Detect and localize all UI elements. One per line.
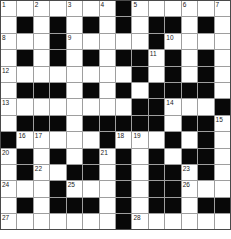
grid-cell[interactable] (83, 181, 98, 196)
grid-cell[interactable] (1, 50, 16, 65)
grid-cell-black (17, 165, 32, 180)
clue-number: 20 (2, 149, 9, 156)
grid-cell-black (198, 17, 213, 32)
grid-cell[interactable] (67, 149, 82, 164)
grid-cell[interactable]: 3 (67, 1, 82, 16)
grid-cell-black (34, 83, 49, 98)
clue-number: 12 (2, 67, 9, 74)
grid-cell[interactable] (50, 67, 65, 82)
grid-cell[interactable] (1, 83, 16, 98)
grid-cell[interactable]: 21 (100, 149, 115, 164)
grid-cell-black (100, 116, 115, 131)
grid-cell[interactable] (182, 198, 197, 213)
clue-number: 28 (133, 214, 140, 221)
clue-number: 17 (35, 132, 42, 139)
grid-cell-black (198, 116, 213, 131)
grid-cell[interactable] (182, 34, 197, 49)
grid-cell-black (215, 198, 230, 213)
grid-cell[interactable]: 4 (100, 1, 115, 16)
grid-cell[interactable]: 23 (182, 165, 197, 180)
grid-cell-black (116, 214, 131, 229)
grid-cell-black (83, 50, 98, 65)
grid-cell-black (83, 165, 98, 180)
grid-cell[interactable] (132, 165, 147, 180)
grid-cell[interactable] (132, 83, 147, 98)
grid-cell[interactable] (83, 67, 98, 82)
grid-cell[interactable] (67, 99, 82, 114)
clue-number: 21 (101, 149, 108, 156)
grid-cell[interactable] (100, 181, 115, 196)
grid-cell[interactable] (1, 116, 16, 131)
grid-cell-black (17, 116, 32, 131)
grid-cell[interactable] (100, 34, 115, 49)
grid-cell-black (50, 17, 65, 32)
grid-cell[interactable] (100, 165, 115, 180)
grid-cell-black (116, 149, 131, 164)
grid-cell[interactable]: 17 (34, 132, 49, 147)
grid-cell[interactable]: 5 (132, 1, 147, 16)
grid-cell-black (17, 83, 32, 98)
clue-number: 15 (216, 116, 223, 123)
grid-cell-black (67, 165, 82, 180)
grid-cell[interactable]: 16 (17, 132, 32, 147)
grid-cell[interactable]: 24 (1, 181, 16, 196)
clue-number: 16 (18, 132, 25, 139)
grid-cell[interactable] (34, 149, 49, 164)
grid-cell-black (83, 17, 98, 32)
clue-number: 8 (2, 34, 6, 41)
grid-cell[interactable]: 12 (1, 67, 16, 82)
grid-cell[interactable] (215, 132, 230, 147)
grid-cell[interactable] (165, 149, 180, 164)
grid-cell[interactable] (182, 17, 197, 32)
grid-cell-black (198, 50, 213, 65)
grid-cell[interactable] (100, 214, 115, 229)
grid-cell-black (83, 149, 98, 164)
clue-number: 2 (35, 1, 39, 8)
grid-cell[interactable] (149, 214, 164, 229)
grid-cell[interactable] (149, 1, 164, 16)
grid-cell[interactable] (1, 165, 16, 180)
grid-cell-black (198, 83, 213, 98)
grid-cell[interactable] (34, 99, 49, 114)
grid-cell[interactable] (116, 67, 131, 82)
grid-cell-black (50, 149, 65, 164)
grid-cell[interactable]: 14 (165, 99, 180, 114)
grid-cell[interactable] (215, 17, 230, 32)
grid-cell[interactable] (67, 214, 82, 229)
grid-cell-black (132, 116, 147, 131)
grid-cell[interactable] (165, 214, 180, 229)
grid-cell[interactable]: 18 (116, 132, 131, 147)
grid-cell[interactable] (83, 1, 98, 16)
grid-cell[interactable] (67, 17, 82, 32)
grid-cell-black (50, 50, 65, 65)
grid-cell-black (165, 50, 180, 65)
grid-cell[interactable] (17, 1, 32, 16)
grid-cell-black (116, 83, 131, 98)
clue-number: 23 (183, 165, 190, 172)
grid-cell[interactable] (50, 132, 65, 147)
grid-cell[interactable] (100, 198, 115, 213)
grid-cell-black (182, 116, 197, 131)
grid-cell[interactable]: 1 (1, 1, 16, 16)
grid-cell-black (116, 181, 131, 196)
clue-number: 25 (68, 181, 75, 188)
grid-cell[interactable] (34, 17, 49, 32)
grid-cell[interactable]: 9 (67, 34, 82, 49)
grid-cell-black (149, 34, 164, 49)
grid-cell[interactable] (50, 1, 65, 16)
clue-number: 3 (68, 1, 72, 8)
grid-cell-black (116, 116, 131, 131)
grid-cell[interactable] (165, 116, 180, 131)
grid-cell[interactable] (149, 67, 164, 82)
grid-cell-black (116, 50, 131, 65)
grid-cell-black (50, 181, 65, 196)
grid-cell-black (165, 181, 180, 196)
grid-cell[interactable] (132, 149, 147, 164)
grid-cell[interactable]: 13 (1, 99, 16, 114)
grid-cell[interactable]: 27 (1, 214, 16, 229)
grid-cell[interactable]: 28 (132, 214, 147, 229)
grid-cell-black (34, 116, 49, 131)
grid-cell[interactable] (67, 132, 82, 147)
grid-cell-black (198, 198, 213, 213)
grid-cell-black (50, 83, 65, 98)
grid-cell-black (165, 132, 180, 147)
grid-cell-black (17, 17, 32, 32)
grid-cell[interactable] (215, 149, 230, 164)
grid-cell[interactable] (182, 132, 197, 147)
grid-cell-black (149, 99, 164, 114)
clue-number: 5 (133, 1, 137, 8)
grid-cell[interactable] (165, 1, 180, 16)
clue-number: 14 (166, 99, 173, 106)
clue-number: 7 (216, 1, 220, 8)
grid-cell[interactable] (67, 67, 82, 82)
grid-cell[interactable]: 7 (215, 1, 230, 16)
grid-cell[interactable] (67, 50, 82, 65)
clue-number: 9 (68, 34, 72, 41)
grid-cell[interactable]: 10 (165, 34, 180, 49)
grid-cell[interactable] (182, 99, 197, 114)
clue-number: 19 (133, 132, 140, 139)
clue-number: 24 (2, 181, 9, 188)
grid-cell[interactable] (198, 99, 213, 114)
grid-cell-black (165, 165, 180, 180)
grid-cell[interactable] (1, 198, 16, 213)
grid-cell-black (83, 83, 98, 98)
grid-cell[interactable] (34, 214, 49, 229)
grid-cell[interactable] (83, 34, 98, 49)
grid-cell[interactable]: 6 (182, 1, 197, 16)
grid-cell[interactable] (100, 17, 115, 32)
grid-cell-black (17, 50, 32, 65)
grid-cell[interactable]: 11 (149, 50, 164, 65)
grid-cell[interactable] (198, 34, 213, 49)
grid-cell[interactable] (1, 17, 16, 32)
grid-cell[interactable] (182, 50, 197, 65)
grid-cell[interactable] (67, 116, 82, 131)
grid-cell[interactable]: 25 (67, 181, 82, 196)
grid-cell[interactable]: 19 (132, 132, 147, 147)
grid-cell-black (116, 17, 131, 32)
grid-cell-black (100, 132, 115, 147)
grid-cell[interactable] (34, 181, 49, 196)
page: 1234567891011121314151617181920212223242… (0, 0, 231, 239)
grid-cell[interactable] (116, 34, 131, 49)
grid-cell-black (50, 34, 65, 49)
crossword-grid: 1234567891011121314151617181920212223242… (1, 1, 230, 229)
grid-cell[interactable] (215, 34, 230, 49)
grid-cell-black (50, 116, 65, 131)
grid-cell[interactable] (17, 67, 32, 82)
grid-cell-black (83, 198, 98, 213)
grid-cell-black (116, 165, 131, 180)
grid-cell[interactable] (198, 1, 213, 16)
grid-cell[interactable] (50, 214, 65, 229)
grid-cell-black (17, 198, 32, 213)
grid-cell[interactable] (34, 50, 49, 65)
grid-cell-black (182, 83, 197, 98)
grid-cell[interactable] (100, 83, 115, 98)
grid-cell-black (116, 198, 131, 213)
grid-cell-black (165, 17, 180, 32)
grid-cell[interactable]: 22 (34, 165, 49, 180)
grid-cell[interactable]: 8 (1, 34, 16, 49)
grid-cell-black (149, 149, 164, 164)
grid-cell[interactable] (149, 132, 164, 147)
grid-cell-black (132, 99, 147, 114)
grid-cell[interactable] (100, 67, 115, 82)
grid-cell-black (116, 1, 131, 16)
grid-cell[interactable]: 2 (34, 1, 49, 16)
grid-cell-black (165, 83, 180, 98)
grid-cell-black (83, 116, 98, 131)
grid-cell[interactable] (34, 67, 49, 82)
grid-cell-black (165, 198, 180, 213)
grid-cell[interactable] (215, 67, 230, 82)
grid-cell[interactable]: 15 (215, 116, 230, 131)
grid-cell-black (198, 132, 213, 147)
grid-cell[interactable] (34, 198, 49, 213)
grid-cell[interactable] (50, 99, 65, 114)
grid-cell-black (165, 67, 180, 82)
grid-cell-black (149, 17, 164, 32)
grid-cell[interactable] (100, 50, 115, 65)
grid-cell-black (149, 198, 164, 213)
clue-number: 26 (183, 181, 190, 188)
grid-cell-black (198, 149, 213, 164)
grid-cell-black (215, 99, 230, 114)
grid-cell[interactable] (198, 181, 213, 196)
grid-cell-black (132, 67, 147, 82)
grid-cell[interactable] (198, 214, 213, 229)
grid-cell[interactable] (215, 181, 230, 196)
grid-cell-black (149, 181, 164, 196)
grid-cell[interactable] (215, 83, 230, 98)
grid-cell[interactable] (100, 99, 115, 114)
grid-cell[interactable] (182, 67, 197, 82)
grid-cell[interactable] (132, 198, 147, 213)
clue-number: 22 (35, 165, 42, 172)
grid-cell-black (149, 165, 164, 180)
clue-number: 6 (183, 1, 187, 8)
grid-cell[interactable] (116, 99, 131, 114)
grid-cell[interactable] (34, 34, 49, 49)
grid-cell[interactable] (17, 34, 32, 49)
grid-cell[interactable] (132, 17, 147, 32)
grid-cell-black (50, 198, 65, 213)
grid-cell[interactable] (83, 214, 98, 229)
clue-number: 18 (117, 132, 124, 139)
grid-cell-black (132, 50, 147, 65)
grid-cell[interactable]: 26 (182, 181, 197, 196)
grid-cell-black (198, 67, 213, 82)
grid-cell[interactable] (132, 181, 147, 196)
clue-number: 10 (166, 34, 173, 41)
crossword-board: 1234567891011121314151617181920212223242… (0, 0, 231, 230)
grid-cell[interactable] (83, 99, 98, 114)
grid-cell-black (17, 149, 32, 164)
grid-cell-black (182, 149, 197, 164)
grid-cell[interactable] (17, 214, 32, 229)
grid-cell-black (67, 198, 82, 213)
grid-cell-black (198, 165, 213, 180)
clue-number: 13 (2, 99, 9, 106)
clue-number: 11 (150, 50, 157, 57)
grid-cell[interactable] (83, 132, 98, 147)
grid-cell-black (149, 116, 164, 131)
clue-number: 1 (2, 1, 6, 8)
grid-cell[interactable] (182, 214, 197, 229)
grid-cell[interactable] (50, 165, 65, 180)
grid-cell[interactable] (215, 214, 230, 229)
grid-cell-black (149, 83, 164, 98)
clue-number: 27 (2, 214, 9, 221)
clue-number: 4 (101, 1, 105, 8)
grid-cell[interactable]: 20 (1, 149, 16, 164)
grid-cell[interactable] (132, 34, 147, 49)
grid-cell[interactable] (17, 181, 32, 196)
grid-cell[interactable] (215, 50, 230, 65)
grid-cell[interactable] (215, 165, 230, 180)
grid-cell[interactable] (67, 83, 82, 98)
grid-cell-black (1, 132, 16, 147)
grid-cell[interactable] (17, 99, 32, 114)
